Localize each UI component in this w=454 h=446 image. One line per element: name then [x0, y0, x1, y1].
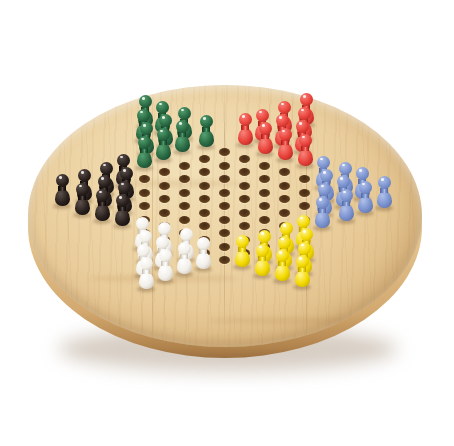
peg-head	[176, 120, 189, 133]
peg-head	[298, 242, 311, 255]
hole-empty[interactable]	[179, 202, 190, 210]
peg-head	[118, 181, 131, 194]
hole-empty[interactable]	[259, 202, 270, 210]
hole-empty[interactable]	[239, 195, 250, 203]
peg-body	[275, 264, 290, 281]
peg-head	[139, 230, 152, 243]
peg-head	[256, 244, 269, 257]
peg-head	[298, 107, 311, 120]
hole-empty[interactable]	[219, 175, 230, 183]
peg-body	[298, 149, 313, 166]
peg-green[interactable]	[173, 120, 191, 153]
hole-empty[interactable]	[219, 256, 230, 264]
peg-body	[339, 204, 354, 221]
peg-head	[297, 215, 310, 228]
hole-empty[interactable]	[219, 202, 230, 210]
peg-body	[238, 128, 253, 145]
peg-body	[358, 196, 373, 213]
peg-head	[259, 122, 272, 135]
peg-black[interactable]	[73, 183, 91, 216]
peg-head	[378, 176, 391, 189]
peg-head	[159, 249, 172, 262]
hole-empty[interactable]	[239, 155, 250, 163]
peg-head	[120, 167, 133, 180]
peg-white[interactable]	[194, 237, 212, 270]
peg-head	[137, 244, 150, 257]
peg-head	[316, 196, 329, 209]
peg-head	[56, 174, 69, 187]
hole-empty[interactable]	[159, 168, 170, 176]
hole-empty[interactable]	[239, 222, 250, 230]
peg-head	[340, 189, 353, 202]
peg-head	[78, 169, 91, 182]
hole-empty[interactable]	[139, 175, 150, 183]
hole-empty[interactable]	[219, 243, 230, 251]
peg-head	[200, 115, 213, 128]
peg-head	[320, 169, 333, 182]
hole-empty[interactable]	[179, 162, 190, 170]
peg-blue[interactable]	[375, 176, 393, 209]
peg-red[interactable]	[236, 113, 254, 146]
peg-head	[356, 167, 369, 180]
peg-head	[239, 113, 252, 126]
peg-body	[55, 189, 70, 206]
peg-yellow[interactable]	[293, 255, 311, 288]
peg-head	[197, 237, 210, 250]
hole-empty[interactable]	[259, 216, 270, 224]
hole-empty[interactable]	[219, 162, 230, 170]
peg-body	[258, 137, 273, 154]
hole-empty[interactable]	[199, 182, 210, 190]
peg-body	[315, 211, 330, 228]
peg-black[interactable]	[53, 174, 71, 207]
peg-body	[175, 135, 190, 152]
peg-body	[139, 272, 154, 289]
peg-head	[159, 114, 172, 127]
peg-green[interactable]	[154, 128, 172, 161]
peg-body	[255, 259, 270, 276]
peg-head	[96, 189, 109, 202]
hole-empty[interactable]	[259, 175, 270, 183]
hole-empty[interactable]	[259, 162, 270, 170]
peg-head	[278, 236, 291, 249]
peg-head	[279, 128, 292, 141]
peg-head	[98, 175, 111, 188]
peg-yellow[interactable]	[253, 244, 271, 277]
peg-blue[interactable]	[356, 181, 374, 214]
peg-white[interactable]	[175, 242, 193, 275]
peg-head	[157, 128, 170, 141]
hole-empty[interactable]	[159, 195, 170, 203]
peg-head	[296, 255, 309, 268]
peg-body	[137, 151, 152, 168]
peg-head	[156, 236, 169, 249]
peg-blue[interactable]	[337, 189, 355, 222]
peg-head	[180, 228, 193, 241]
peg-body	[235, 250, 250, 267]
peg-green[interactable]	[135, 136, 153, 169]
peg-head	[76, 183, 89, 196]
peg-head	[140, 257, 153, 270]
hole-empty[interactable]	[219, 189, 230, 197]
hole-empty[interactable]	[219, 229, 230, 237]
peg-body	[156, 143, 171, 160]
peg-head	[256, 109, 269, 122]
peg-body	[295, 270, 310, 287]
peg-layer	[0, 0, 454, 446]
peg-head	[300, 228, 313, 241]
peg-head	[318, 183, 331, 196]
peg-body	[95, 204, 110, 221]
hole-empty[interactable]	[159, 182, 170, 190]
peg-red[interactable]	[276, 128, 294, 161]
peg-head	[156, 101, 169, 114]
peg-head	[138, 136, 151, 149]
hole-empty[interactable]	[219, 216, 230, 224]
peg-body	[196, 252, 211, 269]
hole-empty[interactable]	[179, 189, 190, 197]
peg-head	[339, 162, 352, 175]
hole-empty[interactable]	[299, 202, 310, 210]
peg-body	[75, 198, 90, 215]
hole-empty[interactable]	[179, 216, 190, 224]
peg-head	[337, 175, 350, 188]
peg-body	[158, 264, 173, 281]
hole-empty[interactable]	[179, 175, 190, 183]
hole-empty[interactable]	[279, 195, 290, 203]
peg-head	[117, 154, 130, 167]
peg-white[interactable]	[137, 257, 155, 290]
peg-head	[276, 114, 289, 127]
peg-head	[258, 230, 271, 243]
peg-head	[178, 242, 191, 255]
hole-empty[interactable]	[239, 209, 250, 217]
hole-empty[interactable]	[279, 209, 290, 217]
hole-empty[interactable]	[199, 222, 210, 230]
peg-head	[236, 235, 249, 248]
hole-empty[interactable]	[239, 168, 250, 176]
peg-head	[299, 134, 312, 147]
peg-head	[137, 109, 150, 122]
chinese-checkers-photo	[0, 0, 454, 446]
hole-empty[interactable]	[299, 189, 310, 197]
peg-body	[115, 209, 130, 226]
peg-body	[278, 143, 293, 160]
hole-empty[interactable]	[139, 189, 150, 197]
peg-body	[377, 191, 392, 208]
peg-blue[interactable]	[313, 196, 331, 229]
peg-body	[199, 130, 214, 147]
peg-black[interactable]	[113, 194, 131, 227]
peg-red[interactable]	[256, 122, 274, 155]
peg-head	[136, 217, 149, 230]
peg-head	[280, 222, 293, 235]
peg-green[interactable]	[197, 115, 215, 148]
peg-body	[177, 257, 192, 274]
peg-white[interactable]	[156, 249, 174, 282]
peg-head	[139, 95, 152, 108]
peg-head	[276, 249, 289, 262]
hole-empty[interactable]	[199, 195, 210, 203]
hole-empty[interactable]	[139, 202, 150, 210]
hole-empty[interactable]	[279, 168, 290, 176]
peg-yellow[interactable]	[233, 235, 251, 268]
hole-empty[interactable]	[259, 189, 270, 197]
peg-red[interactable]	[296, 134, 314, 167]
peg-head	[158, 222, 171, 235]
peg-head	[178, 107, 191, 120]
hole-empty[interactable]	[279, 182, 290, 190]
peg-head	[100, 162, 113, 175]
hole-empty[interactable]	[199, 209, 210, 217]
peg-head	[317, 156, 330, 169]
peg-head	[278, 101, 291, 114]
hole-empty[interactable]	[199, 155, 210, 163]
peg-head	[296, 120, 309, 133]
peg-black[interactable]	[93, 189, 111, 222]
peg-head	[140, 122, 153, 135]
peg-head	[300, 93, 313, 106]
peg-yellow[interactable]	[273, 249, 291, 282]
hole-empty[interactable]	[159, 209, 170, 217]
hole-empty[interactable]	[199, 168, 210, 176]
peg-head	[359, 181, 372, 194]
hole-empty[interactable]	[239, 182, 250, 190]
hole-empty[interactable]	[219, 148, 230, 156]
peg-head	[116, 194, 129, 207]
hole-empty[interactable]	[299, 175, 310, 183]
